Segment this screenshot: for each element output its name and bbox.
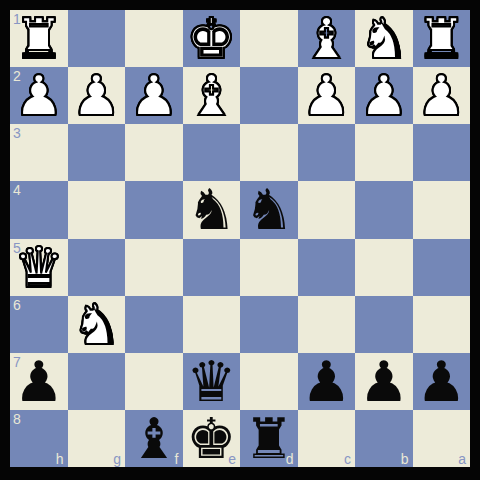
file-label-h: h xyxy=(56,452,64,466)
white-king[interactable]: ♚ xyxy=(186,10,236,67)
black-pawn[interactable]: ♟ xyxy=(301,353,351,410)
square-d2[interactable] xyxy=(240,67,298,124)
square-c2[interactable]: ♟ xyxy=(298,67,356,124)
square-f2[interactable]: ♟ xyxy=(125,67,183,124)
file-label-g: g xyxy=(113,452,121,466)
board-frame: 1♜♚♝♞♜2♟♟♟♝♟♟♟34♞♞5♛6♞7♟♛♟♟♟8hgf♝e♚d♜cba xyxy=(0,0,480,480)
square-a3[interactable] xyxy=(413,124,471,181)
white-pawn[interactable]: ♟ xyxy=(301,67,351,124)
rank-label-6: 6 xyxy=(13,298,21,312)
black-knight[interactable]: ♞ xyxy=(244,181,294,238)
square-d1[interactable] xyxy=(240,10,298,67)
chess-board[interactable]: 1♜♚♝♞♜2♟♟♟♝♟♟♟34♞♞5♛6♞7♟♛♟♟♟8hgf♝e♚d♜cba xyxy=(10,10,470,467)
square-h2[interactable]: 2♟ xyxy=(10,67,68,124)
white-pawn[interactable]: ♟ xyxy=(416,67,466,124)
square-h1[interactable]: 1♜ xyxy=(10,10,68,67)
black-rook[interactable]: ♜ xyxy=(244,410,294,467)
square-b3[interactable] xyxy=(355,124,413,181)
square-e4[interactable]: ♞ xyxy=(183,181,241,238)
square-b8[interactable]: b xyxy=(355,410,413,467)
black-queen[interactable]: ♛ xyxy=(186,353,236,410)
square-a4[interactable] xyxy=(413,181,471,238)
file-label-a: a xyxy=(458,452,466,466)
square-b5[interactable] xyxy=(355,239,413,296)
square-e5[interactable] xyxy=(183,239,241,296)
square-b2[interactable]: ♟ xyxy=(355,67,413,124)
square-c3[interactable] xyxy=(298,124,356,181)
white-rook[interactable]: ♜ xyxy=(14,10,64,67)
square-b1[interactable]: ♞ xyxy=(355,10,413,67)
square-g4[interactable] xyxy=(68,181,126,238)
file-label-b: b xyxy=(401,452,409,466)
square-h7[interactable]: 7♟ xyxy=(10,353,68,410)
black-knight[interactable]: ♞ xyxy=(186,181,236,238)
square-f7[interactable] xyxy=(125,353,183,410)
white-bishop[interactable]: ♝ xyxy=(186,67,236,124)
rank-label-3: 3 xyxy=(13,126,21,140)
square-b4[interactable] xyxy=(355,181,413,238)
square-h5[interactable]: 5♛ xyxy=(10,239,68,296)
square-d3[interactable] xyxy=(240,124,298,181)
square-h8[interactable]: 8h xyxy=(10,410,68,467)
black-king[interactable]: ♚ xyxy=(186,410,236,467)
square-e1[interactable]: ♚ xyxy=(183,10,241,67)
square-a6[interactable] xyxy=(413,296,471,353)
square-e8[interactable]: e♚ xyxy=(183,410,241,467)
square-f3[interactable] xyxy=(125,124,183,181)
black-pawn[interactable]: ♟ xyxy=(416,353,466,410)
square-a7[interactable]: ♟ xyxy=(413,353,471,410)
square-c5[interactable] xyxy=(298,239,356,296)
square-d6[interactable] xyxy=(240,296,298,353)
black-pawn[interactable]: ♟ xyxy=(359,353,409,410)
rank-label-8: 8 xyxy=(13,412,21,426)
square-a2[interactable]: ♟ xyxy=(413,67,471,124)
square-f8[interactable]: f♝ xyxy=(125,410,183,467)
rank-label-4: 4 xyxy=(13,183,21,197)
square-h6[interactable]: 6 xyxy=(10,296,68,353)
square-h3[interactable]: 3 xyxy=(10,124,68,181)
square-h4[interactable]: 4 xyxy=(10,181,68,238)
square-b6[interactable] xyxy=(355,296,413,353)
square-c7[interactable]: ♟ xyxy=(298,353,356,410)
square-g6[interactable]: ♞ xyxy=(68,296,126,353)
square-e2[interactable]: ♝ xyxy=(183,67,241,124)
square-e7[interactable]: ♛ xyxy=(183,353,241,410)
square-g3[interactable] xyxy=(68,124,126,181)
white-pawn[interactable]: ♟ xyxy=(359,67,409,124)
white-rook[interactable]: ♜ xyxy=(416,10,466,67)
white-knight[interactable]: ♞ xyxy=(71,296,121,353)
file-label-c: c xyxy=(344,452,351,466)
white-bishop[interactable]: ♝ xyxy=(301,10,351,67)
square-f6[interactable] xyxy=(125,296,183,353)
square-e3[interactable] xyxy=(183,124,241,181)
square-c1[interactable]: ♝ xyxy=(298,10,356,67)
square-g1[interactable] xyxy=(68,10,126,67)
square-f4[interactable] xyxy=(125,181,183,238)
square-g8[interactable]: g xyxy=(68,410,126,467)
square-e6[interactable] xyxy=(183,296,241,353)
black-bishop[interactable]: ♝ xyxy=(129,410,179,467)
square-a5[interactable] xyxy=(413,239,471,296)
black-pawn[interactable]: ♟ xyxy=(14,353,64,410)
white-pawn[interactable]: ♟ xyxy=(71,67,121,124)
square-c6[interactable] xyxy=(298,296,356,353)
square-g5[interactable] xyxy=(68,239,126,296)
square-d5[interactable] xyxy=(240,239,298,296)
square-d8[interactable]: d♜ xyxy=(240,410,298,467)
square-f1[interactable] xyxy=(125,10,183,67)
white-knight[interactable]: ♞ xyxy=(359,10,409,67)
white-pawn[interactable]: ♟ xyxy=(129,67,179,124)
square-c8[interactable]: c xyxy=(298,410,356,467)
square-a8[interactable]: a xyxy=(413,410,471,467)
square-d7[interactable] xyxy=(240,353,298,410)
white-queen[interactable]: ♛ xyxy=(14,239,64,296)
square-b7[interactable]: ♟ xyxy=(355,353,413,410)
square-c4[interactable] xyxy=(298,181,356,238)
square-g7[interactable] xyxy=(68,353,126,410)
square-d4[interactable]: ♞ xyxy=(240,181,298,238)
square-f5[interactable] xyxy=(125,239,183,296)
square-a1[interactable]: ♜ xyxy=(413,10,471,67)
white-pawn[interactable]: ♟ xyxy=(14,67,64,124)
square-g2[interactable]: ♟ xyxy=(68,67,126,124)
